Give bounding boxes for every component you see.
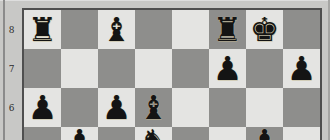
piece-black-pawn: ♟ — [28, 88, 58, 127]
square-e7[interactable] — [172, 49, 209, 88]
square-h8[interactable] — [283, 10, 320, 49]
square-c5[interactable] — [98, 127, 135, 140]
square-d5[interactable]: ♞ — [135, 127, 172, 140]
piece-black-pawn: ♟ — [250, 122, 280, 140]
square-a7[interactable] — [24, 49, 61, 88]
square-b5[interactable]: ♟ — [61, 127, 98, 140]
square-b7[interactable] — [61, 49, 98, 88]
square-c8[interactable]: ♝ — [98, 10, 135, 49]
square-h7[interactable]: ♟ — [283, 49, 320, 88]
square-g5[interactable]: ♟ — [246, 127, 283, 140]
piece-black-rook: ♜ — [28, 10, 58, 49]
piece-black-pawn: ♟ — [287, 49, 317, 88]
square-e5[interactable] — [172, 127, 209, 140]
rank-label-8: 8 — [4, 10, 19, 49]
piece-black-bishop: ♝ — [102, 10, 132, 49]
square-d7[interactable] — [135, 49, 172, 88]
rank-label-6: 6 — [4, 88, 19, 127]
square-f8[interactable]: ♜ — [209, 10, 246, 49]
piece-black-pawn: ♟ — [65, 122, 95, 140]
square-e6[interactable] — [172, 88, 209, 127]
chess-board: ♜♝♜♚♟♟♟♟♝♟♞♟ — [24, 10, 320, 140]
square-h5[interactable] — [283, 127, 320, 140]
square-f6[interactable] — [209, 88, 246, 127]
square-c7[interactable] — [98, 49, 135, 88]
board-frame: ♜♝♜♚♟♟♟♟♝♟♞♟ — [22, 8, 322, 140]
top-highlight-line — [0, 0, 330, 1]
piece-black-king: ♚ — [250, 10, 280, 49]
piece-black-knight: ♞ — [139, 122, 169, 140]
piece-black-rook: ♜ — [213, 10, 243, 49]
rank-label-7: 7 — [4, 49, 19, 88]
square-a6[interactable]: ♟ — [24, 88, 61, 127]
square-a8[interactable]: ♜ — [24, 10, 61, 49]
square-g7[interactable] — [246, 49, 283, 88]
square-g8[interactable]: ♚ — [246, 10, 283, 49]
rank-labels-column: 876 — [4, 0, 19, 140]
piece-black-pawn: ♟ — [213, 49, 243, 88]
piece-black-pawn: ♟ — [102, 88, 132, 127]
square-d8[interactable] — [135, 10, 172, 49]
chess-diagram-crop: 876 ♜♝♜♚♟♟♟♟♝♟♞♟ — [0, 0, 330, 140]
square-f5[interactable] — [209, 127, 246, 140]
square-b8[interactable] — [61, 10, 98, 49]
square-f7[interactable]: ♟ — [209, 49, 246, 88]
square-e8[interactable] — [172, 10, 209, 49]
square-h6[interactable] — [283, 88, 320, 127]
square-c6[interactable]: ♟ — [98, 88, 135, 127]
square-a5[interactable] — [24, 127, 61, 140]
